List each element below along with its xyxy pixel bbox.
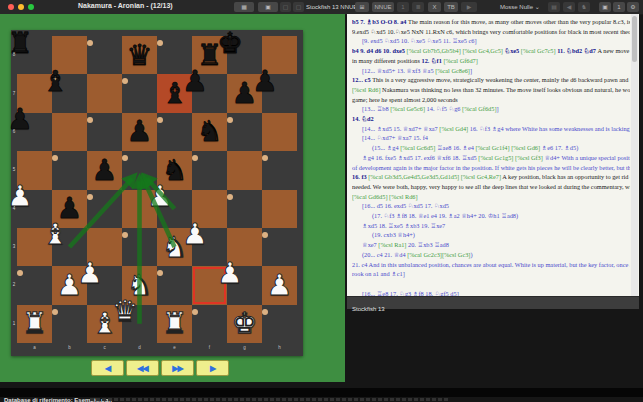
annotation-line[interactable]: [9. exd5 ♘xd5 10. ♘xe5 ♘xe5 11. ♖xe5 c6] — [352, 36, 630, 46]
annotation-panel[interactable]: b5 7. ♗b3 O-O 8. a4 The main reason for … — [347, 14, 639, 296]
square-a1[interactable]: ♜ — [17, 305, 52, 343]
square-f5[interactable] — [192, 155, 198, 161]
comment-text: This is a very aggressive move, strategi… — [372, 76, 630, 83]
variation-move[interactable]: (19. cxb3 ♕h4+) — [372, 231, 415, 238]
comment-text: A key position, black has an opportunity… — [502, 173, 630, 180]
board-area: ♜♛♜♚♝♝♟♟♟♟♟♞♟♞♟♟♟♝♞♟♟♟♞♟♟♜♝♛♜♚ 87654321a… — [0, 14, 345, 382]
engine-output-bar: Stockfish 13 — [347, 296, 639, 309]
annotation-line[interactable]: needed. We were both, happy, very happy … — [352, 182, 630, 192]
pgn-annotation-tag: [%csl Ra1] — [378, 241, 408, 248]
annotation-line[interactable]: (19. cxb3 ♕h4+) — [352, 230, 630, 240]
variation-move[interactable]: ♖ae8 16. ♗e4 — [437, 144, 476, 151]
square-g5[interactable] — [227, 151, 262, 189]
rank-label: 6 — [11, 129, 17, 134]
zoom-window-icon[interactable] — [28, 4, 34, 10]
game-navigation: ◀◀◀▶▶▶ — [91, 360, 231, 376]
piece-white-king-g1[interactable]: ♚ — [227, 305, 262, 343]
line-1-button[interactable]: 1 — [397, 2, 409, 12]
piece-black-rook-a8[interactable]: ♜ — [17, 40, 23, 46]
go-end-button[interactable]: ▶▶ — [161, 360, 194, 376]
square-b5[interactable] — [52, 155, 58, 161]
annotation-line[interactable]: b4 9. d4 d6 10. dxe5 [%cal Gb7b5,Gb5b4] … — [352, 46, 630, 56]
annotation-line[interactable]: [%cal Gd6d5] [%csl Rd6] — [352, 192, 630, 202]
square-h1[interactable] — [262, 309, 268, 315]
piece-black-pawn-c5[interactable]: ♟ — [87, 151, 122, 189]
annotation-line[interactable]: 9.exd5 ♘xd5 10.♘xe5 NxN 11.RxN c6, which… — [352, 27, 630, 37]
pgn-annotation-tag: [%csl Gd4] — [439, 125, 469, 132]
annotation-line[interactable]: [13... ♖b8 [%cal Ge5c6] 14. ♘f5 ♘g6 [%ca… — [352, 104, 630, 114]
variation-move[interactable]: (20... c4 21. ♕d4 — [362, 251, 407, 258]
board-frame: ♜♛♜♚♝♝♟♟♟♟♟♞♟♞♟♟♟♝♞♟♟♟♞♟♟♜♝♛♜♚ 87654321a… — [11, 30, 303, 356]
square-c7[interactable] — [87, 74, 122, 112]
rank-label: 2 — [11, 282, 17, 287]
file-label: d — [122, 345, 157, 350]
annotation-line[interactable]: [14... ♘xd7+ ♕xa7 15. f4 — [352, 133, 630, 143]
variation-move[interactable]: 16. ♘f3 ♗g4 where White has some weaknes… — [470, 125, 630, 132]
piece-white-pawn-f3[interactable]: ♟ — [192, 232, 198, 238]
nnue-button[interactable]: NNUE — [372, 2, 394, 12]
pgn-annotation-tag: [%cal Gc6d5] — [400, 144, 437, 151]
scrollbar-thumb[interactable] — [632, 16, 637, 62]
square-e1[interactable]: ♜ — [157, 305, 192, 343]
annotation-line[interactable]: [16... d5 16. exd5 ♘xd5 17. ♘xd5 — [352, 201, 630, 211]
pgn-annotation-tag: [%cal Gc8e6] — [435, 67, 470, 74]
app-window: Nakamura - Aronian - (12/13) ▦▣▢▢ Stockf… — [0, 0, 643, 402]
annotation-line[interactable]: (17. ♘f3 ♗f8 18. ♕e1 e4 19. ♗a2 ♕h4+ 20.… — [352, 211, 630, 221]
go-start-button[interactable]: ◀◀ — [126, 360, 159, 376]
piece-black-king-g8[interactable]: ♚ — [227, 40, 233, 46]
lines-button[interactable]: ≣ — [412, 2, 424, 12]
panel-toggle-1-icon[interactable]: ▢ — [280, 2, 291, 12]
annotation-line[interactable]: rook on a1 and ♗c1] — [352, 269, 630, 279]
window-title: Nakamura - Aronian - (12/13) — [78, 2, 173, 9]
pgn-annotation-tag: [%cal Gc1f4] [%csl Gd6] — [476, 144, 542, 151]
back-icon[interactable]: ◀ — [563, 2, 575, 12]
file-label: e — [157, 345, 192, 350]
move-forward-button[interactable]: ▶ — [196, 360, 229, 376]
square-d5[interactable] — [122, 155, 128, 161]
square-c6[interactable] — [87, 117, 93, 123]
square-g6[interactable] — [227, 117, 233, 123]
square-a4[interactable]: ♟ — [17, 194, 23, 200]
chess-board[interactable]: ♜♛♜♚♝♝♟♟♟♟♟♞♟♞♟♟♟♝♞♟♟♟♞♟♟♜♝♛♜♚ — [17, 36, 297, 343]
speak-icon[interactable]: ♞ — [578, 2, 590, 12]
square-g1[interactable]: ♚ — [227, 305, 262, 343]
rank-label: 5 — [11, 167, 17, 172]
variation-move[interactable]: 20. ♖xb3 ♖ad8 — [408, 241, 449, 248]
piece-black-knight-f6[interactable]: ♞ — [192, 113, 227, 151]
null-moves-select[interactable]: Mosse Nulle ⌄ — [500, 3, 540, 10]
square-f1[interactable] — [192, 309, 198, 315]
variation-move[interactable]: 21. c4 And in this unbalanced position, … — [352, 261, 630, 268]
square-b3[interactable]: ♝ — [52, 232, 58, 238]
piece-black-pawn-d6[interactable]: ♟ — [122, 113, 157, 151]
piece-black-pawn-f7[interactable]: ♟ — [192, 78, 198, 84]
annotation-line[interactable]: game; here he spent almost 2,000 seconds — [352, 95, 630, 105]
square-b6[interactable] — [52, 113, 87, 151]
variation-move[interactable]: ♗g4 16. fxe5 ♗xd5 17. exf6 ♕xf6 18. ♖xd5 — [362, 154, 478, 161]
square-b7[interactable]: ♝ — [52, 78, 58, 84]
mainline-move[interactable]: 12... c5 — [352, 76, 372, 83]
square-c5[interactable]: ♟ — [87, 151, 122, 189]
status-bar: Database di riferimento: Esempio.pgn — [0, 388, 643, 397]
rank-label: 8 — [11, 52, 17, 57]
piece-white-bishop-b3[interactable]: ♝ — [52, 232, 58, 238]
annotation-line[interactable]: 16. f3 [%cal Gb3d5,Ge4d5,Ge3d5,Gd1d5] [%… — [352, 172, 630, 182]
variation-move[interactable]: ] — [470, 67, 472, 74]
variation-move[interactable]: [9. exd5 ♘xd5 10. ♘xe5 ♘xe5 11. ♖xe5 c6] — [362, 37, 477, 44]
piece-white-rook-e1[interactable]: ♜ — [157, 305, 192, 343]
square-f3[interactable]: ♟ — [192, 232, 198, 238]
pgn-annotation-tag: [%cal Ge5c6] — [390, 105, 426, 112]
pgn-annotation-tag: [%cal Gc7c5] — [521, 47, 557, 54]
square-c2[interactable]: ♟ — [87, 270, 93, 276]
piece-white-pawn-e4[interactable]: ♟ — [157, 194, 163, 200]
annotation-line[interactable]: [16... ♖e8 17. ♘g3 ♗f8 18. ♘gf5 d5] — [352, 289, 630, 296]
rank-label: 3 — [11, 244, 17, 249]
settings-gear-icon[interactable]: ⚙ — [627, 2, 639, 12]
variation-move[interactable]: 14. ♘f5 ♘g6 — [427, 105, 462, 112]
piece-black-queen-d8[interactable]: ♛ — [122, 36, 157, 74]
piece-black-pawn-a6[interactable]: ♟ — [17, 117, 23, 123]
title-bar: Nakamura - Aronian - (12/13) ▦▣▢▢ Stockf… — [0, 0, 643, 15]
mainline-move[interactable]: 14. ♘d2 — [352, 115, 374, 122]
comment-text: Nakamura was thinking no less than 32 mi… — [382, 86, 630, 93]
board-window-icon[interactable]: ▦ — [234, 2, 254, 12]
pgn-annotation-tag: [%cal Gb7b5,Gb5b4] [%csl Gc4,Gc5] — [407, 47, 505, 54]
engine-name-label: Stockfish 13 — [352, 303, 385, 315]
mainline-move[interactable]: b5 7. ♗b3 O-O 8. a4 — [352, 18, 408, 25]
square-d6[interactable]: ♟ — [122, 113, 157, 151]
piece-white-rook-a1[interactable]: ♜ — [17, 305, 52, 343]
board-panel-icon[interactable]: ▣ — [599, 2, 611, 12]
annotation-line[interactable]: (15... ♗g4 [%cal Gc6d5] ♖ae8 16. ♗e4 [%c… — [352, 143, 630, 153]
file-label: b — [52, 345, 87, 350]
variation-move[interactable]: [12... ♕xd5+ 13. ♕xf3 ♕a5 — [362, 67, 435, 74]
square-a2[interactable] — [17, 270, 23, 276]
square-a8[interactable]: ♜ — [17, 40, 23, 46]
annotation-line[interactable]: 21. c4 And in this unbalanced position, … — [352, 260, 630, 270]
variation-move[interactable]: [16... d5 16. exd5 ♘xd5 17. ♘xd5 — [362, 202, 449, 209]
square-h2[interactable]: ♟ — [262, 266, 297, 304]
mainline-move[interactable]: ♘xe5 — [505, 47, 521, 54]
annotation-line[interactable]: 12... c5 This is a very aggressive move,… — [352, 75, 630, 85]
mainline-move[interactable]: 11. ♘bd2 ♘d7 — [557, 47, 597, 54]
comment-text: game; here he spent almost 2,000 seconds — [352, 96, 458, 103]
square-d1[interactable]: ♛ — [122, 309, 128, 315]
piece-white-pawn-c2[interactable]: ♟ — [87, 270, 93, 276]
square-h6[interactable] — [262, 113, 297, 151]
mainline-move[interactable]: 12. ♘f1 — [422, 57, 444, 64]
annotation-line[interactable]: [12... ♕xd5+ 13. ♕xf3 ♕a5 [%cal Gc8e6]] — [352, 66, 630, 76]
variation-move[interactable]: (15... ♗g4 — [372, 144, 400, 151]
square-c8[interactable] — [87, 40, 93, 46]
piece-white-pawn-h2[interactable]: ♟ — [262, 266, 297, 304]
variation-move[interactable]: ♗xd5 18. ♖xe5 ♗xb3 19. ♖xe7 — [362, 222, 445, 229]
square-g4[interactable] — [227, 194, 233, 200]
square-e4[interactable]: ♟ — [157, 194, 163, 200]
notation-icon[interactable]: ▤ — [548, 2, 560, 12]
pgn-annotation-tag: [%cal Gf6d7] — [443, 57, 477, 64]
comment-text: A new move by Levon, the idea is to acti… — [598, 47, 630, 54]
square-h3[interactable] — [262, 232, 268, 238]
file-label: a — [17, 345, 52, 350]
piece-black-pawn-h7[interactable]: ♟ — [262, 78, 268, 84]
square-e8[interactable] — [157, 40, 163, 46]
piece-white-queen-d1[interactable]: ♛ — [122, 309, 128, 315]
square-a6[interactable]: ♟ — [17, 117, 23, 123]
square-b1[interactable] — [52, 309, 58, 315]
annotation-line[interactable]: b5 7. ♗b3 O-O 8. a4 The main reason for … — [352, 17, 630, 27]
square-h5[interactable] — [262, 155, 268, 161]
scrollbar[interactable] — [631, 14, 638, 296]
square-h4[interactable] — [262, 190, 297, 228]
square-g2[interactable]: ♟ — [227, 270, 233, 276]
square-g8[interactable]: ♚ — [227, 40, 233, 46]
stop-button[interactable]: X — [428, 2, 441, 12]
square-e6[interactable] — [157, 117, 163, 123]
layout-window-icon[interactable]: ▣ — [258, 2, 278, 12]
annotation-line[interactable] — [352, 279, 630, 289]
comment-text: The main reason for this move, as many o… — [408, 18, 630, 25]
annotation-line[interactable]: of development again is the major factor… — [352, 163, 630, 173]
pgn-annotation-tag: [%csl Rd6] — [352, 86, 382, 93]
minimize-window-icon[interactable] — [18, 4, 24, 10]
pgn-annotation-tag: [%cal Gb3d5,Ge4d5,Ge3d5,Gd1d5] [%csl Gc4… — [368, 173, 502, 180]
file-label: g — [227, 345, 262, 350]
variation-move[interactable]: ] — [496, 105, 498, 112]
close-window-icon[interactable] — [8, 4, 14, 10]
panel-toggle-2-icon[interactable]: ▢ — [293, 2, 304, 12]
mainline-move[interactable]: b4 9. d4 d6 10. dxe5 — [352, 47, 407, 54]
annotation-line[interactable]: in many different positions 12. ♘f1 [%ca… — [352, 56, 630, 66]
engine-window-button[interactable]: ⊞ — [355, 2, 369, 12]
square-d7[interactable] — [122, 78, 128, 84]
rank-label: 4 — [11, 206, 17, 211]
variation-move[interactable]: (17. ♘f3 ♗f8 18. ♕e1 e4 19. ♗a2 ♕h4+ 20.… — [372, 212, 518, 219]
start-engine-button[interactable]: ▶ — [461, 2, 477, 12]
variation-move[interactable]: ♕d4+ With a unique special position, a q… — [544, 154, 630, 161]
rank-label: 7 — [11, 91, 17, 96]
annotation-line[interactable]: [%csl Rd6] Nakamura was thinking no less… — [352, 85, 630, 95]
square-f6[interactable]: ♞ — [192, 113, 227, 151]
mainline-move[interactable]: 16. f3 — [352, 173, 368, 180]
variation-move[interactable]: [14... ♘xd7+ ♕xa7 15. f4 — [362, 134, 428, 141]
pgn-annotation-tag: [%cal Gf6d5] — [462, 105, 496, 112]
annotation-text: b5 7. ♗b3 O-O 8. a4 The main reason for … — [352, 17, 630, 296]
annotation-line[interactable]: 14. ♘d2 — [352, 114, 630, 124]
tablebase-button[interactable]: TB — [444, 2, 458, 12]
annotation-line[interactable]: ♗g4 16. fxe5 ♗xd5 17. exf6 ♕xf6 18. ♖xd5… — [352, 153, 630, 163]
variation-move[interactable]: [13... ♖b8 — [362, 105, 390, 112]
pgn-annotation-tag: [%cal Gd6d5] [%csl Rd6] — [352, 193, 418, 200]
pgn-annotation-tag: [%cal Gc2c3][%csl Gc3] — [407, 251, 470, 258]
variation-move[interactable]: ♕xe7 — [362, 241, 378, 248]
piece-white-pawn-a4[interactable]: ♟ — [17, 194, 23, 200]
file-label: f — [192, 345, 227, 350]
move-back-button[interactable]: ◀ — [91, 360, 124, 376]
comment-text: 9.exd5 ♘xd5 10.♘xe5 NxN 11.RxN c6, which… — [352, 28, 630, 35]
square-h7[interactable]: ♟ — [262, 78, 268, 84]
one-button[interactable]: 1 — [613, 2, 625, 12]
file-label: h — [262, 345, 297, 350]
variation-move[interactable]: ) — [470, 251, 472, 258]
square-d3[interactable] — [122, 232, 128, 238]
rank-label: 1 — [11, 321, 17, 326]
annotation-line[interactable]: (20... c4 21. ♕d4 [%cal Gc2c3][%csl Gc3]… — [352, 250, 630, 260]
variation-move[interactable]: [14... ♗xd5 15. ♕xd7+ ♕xa7 — [362, 125, 439, 132]
piece-white-pawn-g2[interactable]: ♟ — [227, 270, 233, 276]
piece-black-bishop-b7[interactable]: ♝ — [52, 78, 58, 84]
square-e2[interactable] — [157, 270, 163, 276]
variation-move[interactable]: rook on a1 and ♗c1] — [352, 270, 405, 277]
square-c4[interactable] — [87, 194, 93, 200]
annotation-line[interactable]: [14... ♗xd5 15. ♕xd7+ ♕xa7 [%csl Gd4] 16… — [352, 124, 630, 134]
annotation-line[interactable]: ♗xd5 18. ♖xe5 ♗xb3 19. ♖xe7 — [352, 221, 630, 231]
square-f7[interactable]: ♟ — [192, 78, 198, 84]
comment-text: needed. We were both, happy, very happy … — [352, 183, 630, 190]
comment-text: in many different positions — [352, 57, 422, 64]
file-label: c — [87, 345, 122, 350]
square-d8[interactable]: ♛ — [122, 36, 157, 74]
variation-move[interactable]: ♗e6 17. ♗d5) — [542, 144, 579, 151]
annotation-line[interactable]: ♕xe7 [%csl Ra1] 20. ♖xb3 ♖ad8 — [352, 240, 630, 250]
pgn-annotation-tag: [%cal Gc1g5] [%csl Gf3] — [478, 154, 544, 161]
status-detail-line — [90, 398, 450, 401]
variation-move[interactable]: of development again is the major factor… — [352, 164, 630, 171]
